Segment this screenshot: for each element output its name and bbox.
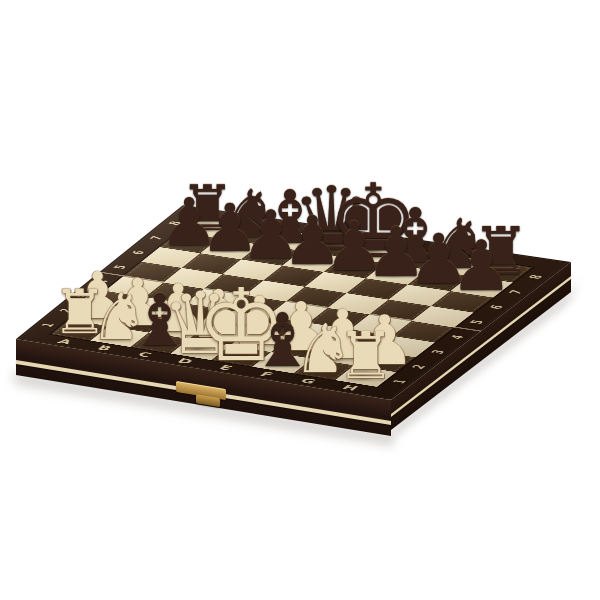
piece-layer: ♜♞♝♟♛♟♚♟♝♟♞♟♜♟♟♟♟♟♟♜♟♞♟♝♟♛♟♚♟♝♞♜ <box>0 0 600 600</box>
rook-glyph: ♜ <box>337 318 395 393</box>
piece-white-rook-h1[interactable]: ♜ <box>333 324 398 389</box>
piece-black-pawn-h7[interactable]: ♟ <box>447 231 516 301</box>
scene: ABCDEFGH1122334455667788 ♜♞♝♟♛♟♚♟♝♟♞♟♜♟♟… <box>0 0 600 600</box>
pawn-glyph: ♟ <box>450 225 512 306</box>
